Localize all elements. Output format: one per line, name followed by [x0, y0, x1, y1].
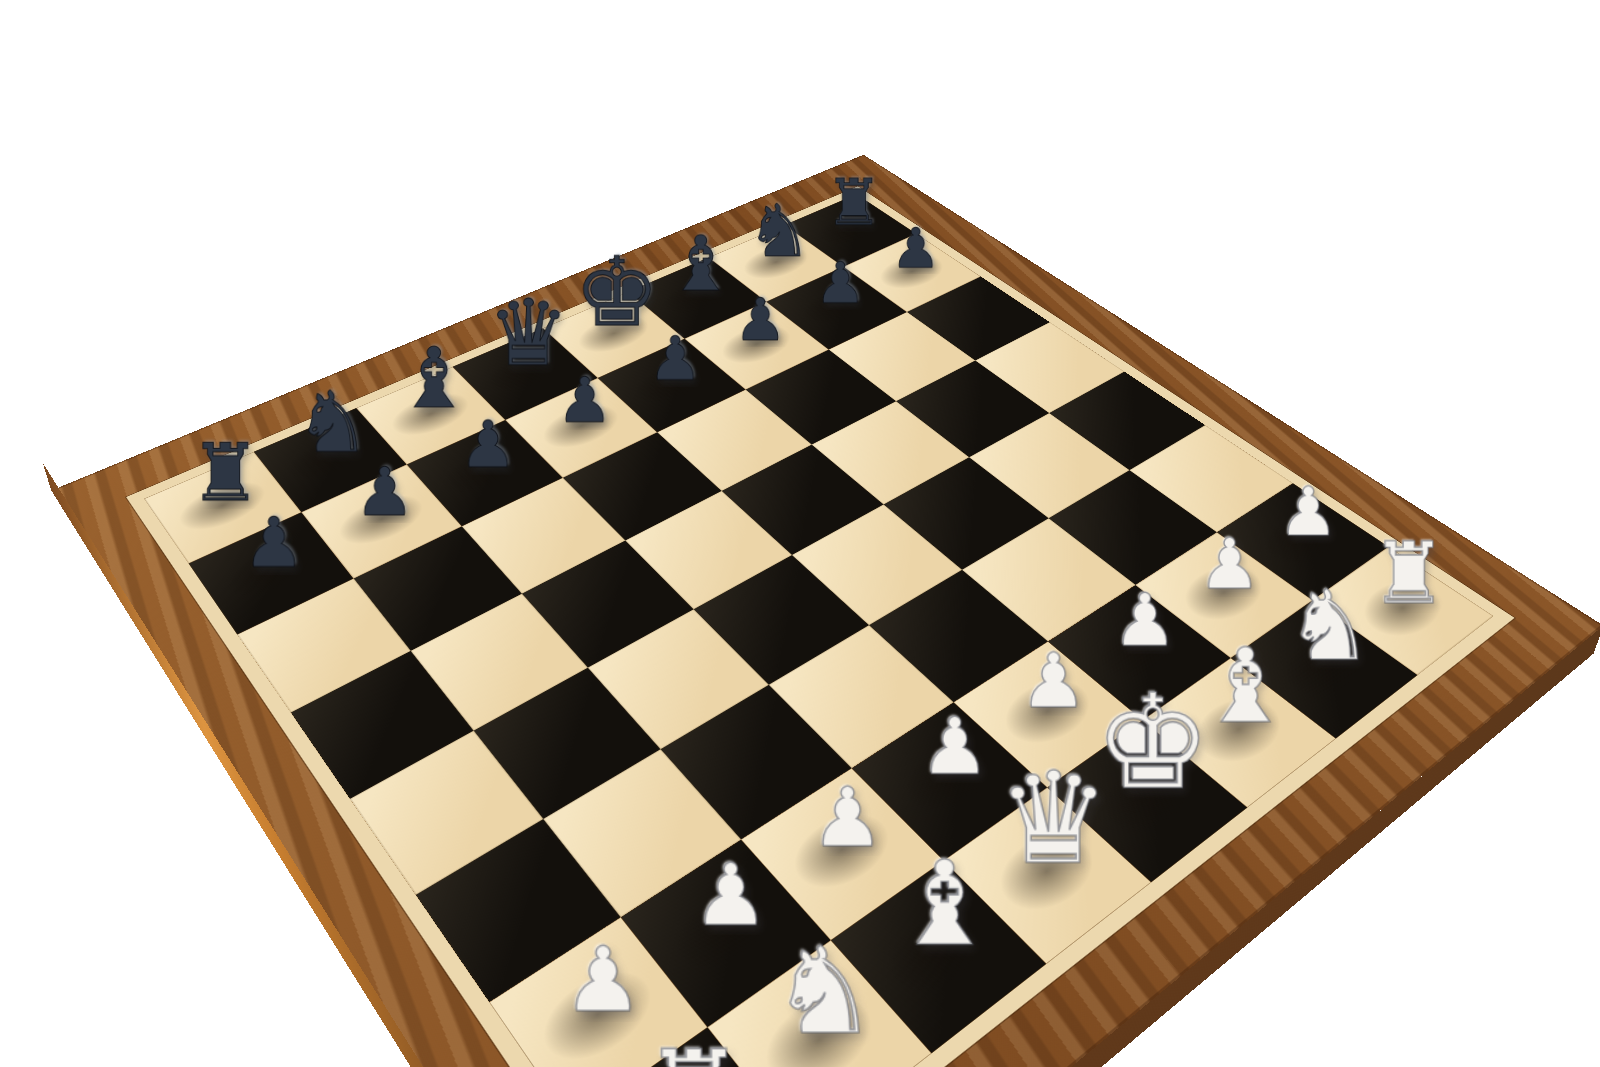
black-pawn[interactable]: ♟ [891, 223, 940, 274]
camera-perspective: ♜♞♝♛♚♝♞♜♟♟♟♟♟♟♟♟♟♟♟♟♟♟♟♟♜♞♝♛♚♝♞♜ [0, 0, 1600, 1067]
black-pawn[interactable]: ♟ [648, 331, 702, 386]
black-pawn[interactable]: ♟ [557, 372, 613, 429]
white-knight[interactable]: ♞ [1286, 582, 1373, 671]
white-pawn[interactable]: ♟ [563, 939, 643, 1021]
white-bishop[interactable]: ♝ [1199, 639, 1291, 734]
black-king[interactable]: ♚ [574, 248, 660, 336]
white-bishop[interactable]: ♝ [892, 851, 997, 959]
black-rook[interactable]: ♜ [190, 436, 261, 509]
black-pawn[interactable]: ♟ [355, 462, 415, 523]
white-rook[interactable]: ♜ [642, 1039, 745, 1067]
white-rook[interactable]: ♜ [1371, 534, 1447, 612]
black-knight[interactable]: ♞ [747, 198, 812, 265]
white-pawn[interactable]: ♟ [1020, 647, 1088, 716]
black-pawn[interactable]: ♟ [734, 293, 786, 347]
white-pawn[interactable]: ♟ [811, 780, 884, 855]
black-bishop[interactable]: ♝ [666, 229, 734, 299]
black-pawn[interactable]: ♟ [459, 415, 517, 474]
white-king[interactable]: ♚ [1094, 682, 1211, 802]
product-photo-scene: ♜♞♝♛♚♝♞♜♟♟♟♟♟♟♟♟♟♟♟♟♟♟♟♟♜♞♝♛♚♝♞♜ [0, 0, 1600, 1067]
white-pawn[interactable]: ♟ [1278, 481, 1338, 543]
black-pawn[interactable]: ♟ [815, 257, 866, 309]
chess-board: ♜♞♝♛♚♝♞♜♟♟♟♟♟♟♟♟♟♟♟♟♟♟♟♟♜♞♝♛♚♝♞♜ [51, 155, 1600, 1067]
black-bishop[interactable]: ♝ [396, 340, 471, 417]
white-pawn[interactable]: ♟ [919, 711, 989, 783]
white-pawn[interactable]: ♟ [1112, 587, 1177, 654]
black-knight[interactable]: ♞ [295, 384, 371, 462]
black-pawn[interactable]: ♟ [243, 511, 305, 574]
white-pawn[interactable]: ♟ [1198, 532, 1261, 596]
black-rook[interactable]: ♜ [825, 173, 882, 232]
white-pawn[interactable]: ♟ [692, 856, 769, 935]
white-knight[interactable]: ♞ [771, 937, 879, 1047]
black-queen[interactable]: ♛ [487, 291, 569, 375]
white-queen[interactable]: ♛ [996, 761, 1110, 878]
